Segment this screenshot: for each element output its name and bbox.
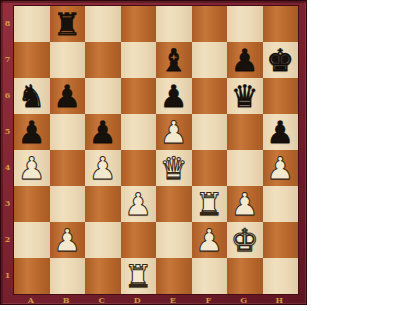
square-f6[interactable] xyxy=(192,78,228,114)
square-d4[interactable] xyxy=(121,150,157,186)
square-h6[interactable] xyxy=(263,78,299,114)
square-e8[interactable] xyxy=(156,6,192,42)
square-f4[interactable] xyxy=(192,150,228,186)
square-g2[interactable]: ♚ xyxy=(227,222,263,258)
chess-board-frame: ♜♝♟♚♞♟♟♛♟♟♟♟♟♟♛♟♟♜♟♟♟♚♜ 87654321 ABCDEFG… xyxy=(0,0,307,305)
black-pawn: ♟ xyxy=(266,117,294,148)
screenshot-stage: ♜♝♟♚♞♟♟♛♟♟♟♟♟♟♛♟♟♜♟♟♟♚♜ 87654321 ABCDEFG… xyxy=(0,0,414,311)
square-a6[interactable]: ♞ xyxy=(14,78,50,114)
file-label-b: B xyxy=(49,294,85,305)
file-label-e: E xyxy=(155,294,191,305)
square-h5[interactable]: ♟ xyxy=(263,114,299,150)
square-a7[interactable] xyxy=(14,42,50,78)
white-queen: ♛ xyxy=(160,153,188,184)
square-f3[interactable]: ♜ xyxy=(192,186,228,222)
square-c6[interactable] xyxy=(85,78,121,114)
black-pawn: ♟ xyxy=(231,45,259,76)
square-f1[interactable] xyxy=(192,258,228,294)
square-e1[interactable] xyxy=(156,258,192,294)
square-a8[interactable] xyxy=(14,6,50,42)
square-h1[interactable] xyxy=(263,258,299,294)
square-d3[interactable]: ♟ xyxy=(121,186,157,222)
white-rook: ♜ xyxy=(195,189,223,220)
square-h2[interactable] xyxy=(263,222,299,258)
black-pawn: ♟ xyxy=(18,117,46,148)
square-g7[interactable]: ♟ xyxy=(227,42,263,78)
square-g5[interactable] xyxy=(227,114,263,150)
file-label-d: D xyxy=(120,294,156,305)
square-e2[interactable] xyxy=(156,222,192,258)
square-f8[interactable] xyxy=(192,6,228,42)
square-g8[interactable] xyxy=(227,6,263,42)
square-b3[interactable] xyxy=(50,186,86,222)
rank-label-5: 5 xyxy=(2,113,13,149)
square-f2[interactable]: ♟ xyxy=(192,222,228,258)
white-pawn: ♟ xyxy=(89,153,117,184)
square-c3[interactable] xyxy=(85,186,121,222)
white-pawn: ♟ xyxy=(124,189,152,220)
square-b7[interactable] xyxy=(50,42,86,78)
rank-label-7: 7 xyxy=(2,41,13,77)
black-bishop: ♝ xyxy=(160,45,188,76)
square-a5[interactable]: ♟ xyxy=(14,114,50,150)
square-a4[interactable]: ♟ xyxy=(14,150,50,186)
black-pawn: ♟ xyxy=(53,81,81,112)
file-label-a: A xyxy=(13,294,49,305)
square-d7[interactable] xyxy=(121,42,157,78)
square-b1[interactable] xyxy=(50,258,86,294)
square-h8[interactable] xyxy=(263,6,299,42)
square-c8[interactable] xyxy=(85,6,121,42)
white-king: ♚ xyxy=(231,225,259,256)
square-c1[interactable] xyxy=(85,258,121,294)
white-pawn: ♟ xyxy=(266,153,294,184)
black-knight: ♞ xyxy=(18,81,46,112)
file-label-h: H xyxy=(262,294,298,305)
square-d8[interactable] xyxy=(121,6,157,42)
white-pawn: ♟ xyxy=(53,225,81,256)
rank-label-8: 8 xyxy=(2,5,13,41)
square-e7[interactable]: ♝ xyxy=(156,42,192,78)
file-label-f: F xyxy=(191,294,227,305)
square-e3[interactable] xyxy=(156,186,192,222)
square-d5[interactable] xyxy=(121,114,157,150)
square-a3[interactable] xyxy=(14,186,50,222)
black-pawn: ♟ xyxy=(89,117,117,148)
square-b2[interactable]: ♟ xyxy=(50,222,86,258)
white-pawn: ♟ xyxy=(160,117,188,148)
square-c4[interactable]: ♟ xyxy=(85,150,121,186)
square-g1[interactable] xyxy=(227,258,263,294)
square-d1[interactable]: ♜ xyxy=(121,258,157,294)
rank-label-4: 4 xyxy=(2,149,13,185)
white-pawn: ♟ xyxy=(231,189,259,220)
square-h7[interactable]: ♚ xyxy=(263,42,299,78)
square-b4[interactable] xyxy=(50,150,86,186)
chess-board: ♜♝♟♚♞♟♟♛♟♟♟♟♟♟♛♟♟♜♟♟♟♚♜ xyxy=(13,5,299,295)
square-a2[interactable] xyxy=(14,222,50,258)
square-f5[interactable] xyxy=(192,114,228,150)
file-label-g: G xyxy=(226,294,262,305)
square-g4[interactable] xyxy=(227,150,263,186)
black-pawn: ♟ xyxy=(160,81,188,112)
black-queen: ♛ xyxy=(231,81,259,112)
black-rook: ♜ xyxy=(53,9,81,40)
rank-label-3: 3 xyxy=(2,185,13,221)
rank-label-1: 1 xyxy=(2,257,13,293)
square-e6[interactable]: ♟ xyxy=(156,78,192,114)
square-g3[interactable]: ♟ xyxy=(227,186,263,222)
square-d6[interactable] xyxy=(121,78,157,114)
white-pawn: ♟ xyxy=(195,225,223,256)
square-g6[interactable]: ♛ xyxy=(227,78,263,114)
square-f7[interactable] xyxy=(192,42,228,78)
square-b8[interactable]: ♜ xyxy=(50,6,86,42)
square-c7[interactable] xyxy=(85,42,121,78)
white-pawn: ♟ xyxy=(18,153,46,184)
file-label-c: C xyxy=(84,294,120,305)
black-king: ♚ xyxy=(266,45,294,76)
square-e4[interactable]: ♛ xyxy=(156,150,192,186)
square-b5[interactable] xyxy=(50,114,86,150)
square-c5[interactable]: ♟ xyxy=(85,114,121,150)
rank-label-2: 2 xyxy=(2,221,13,257)
square-c2[interactable] xyxy=(85,222,121,258)
square-h3[interactable] xyxy=(263,186,299,222)
rank-label-6: 6 xyxy=(2,77,13,113)
square-e5[interactable]: ♟ xyxy=(156,114,192,150)
square-d2[interactable] xyxy=(121,222,157,258)
square-h4[interactable]: ♟ xyxy=(263,150,299,186)
square-b6[interactable]: ♟ xyxy=(50,78,86,114)
square-a1[interactable] xyxy=(14,258,50,294)
white-rook: ♜ xyxy=(124,261,152,292)
